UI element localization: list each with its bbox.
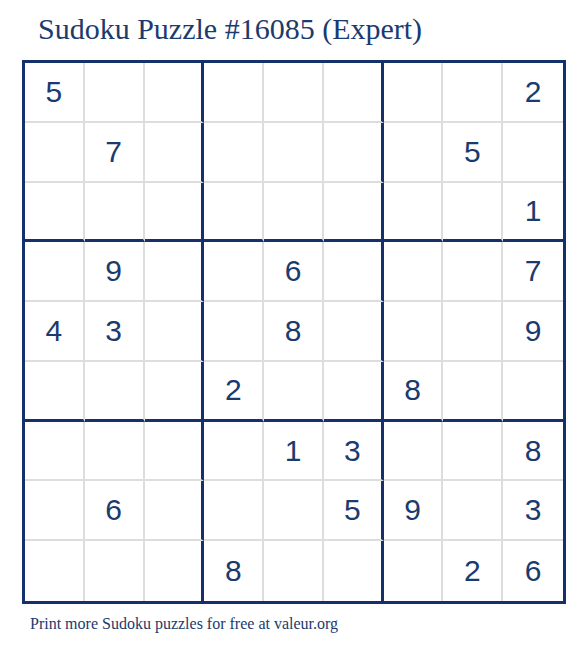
sudoku-cell-r3c8: [443, 183, 503, 243]
sudoku-cell-r6c8: [443, 362, 503, 422]
sudoku-cell-r1c7: [384, 63, 444, 123]
sudoku-cell-r2c5: [264, 123, 324, 183]
sudoku-cell-r8c4: [204, 481, 264, 541]
sudoku-cell-r2c8: 5: [443, 123, 503, 183]
sudoku-cell-r9c8: 2: [443, 541, 503, 601]
given-digit: 5: [46, 77, 63, 107]
sudoku-cell-r4c5: 6: [264, 242, 324, 302]
given-digit: 4: [46, 316, 63, 346]
sudoku-cell-r8c6: 5: [324, 481, 384, 541]
given-digit: 6: [105, 495, 122, 525]
sudoku-cell-r6c7: 8: [384, 362, 444, 422]
sudoku-cell-r9c5: [264, 541, 324, 601]
given-digit: 9: [525, 316, 542, 346]
sudoku-cell-r6c9: [503, 362, 563, 422]
sudoku-cell-r5c3: [145, 302, 205, 362]
sudoku-cell-r3c1: [25, 183, 85, 243]
sudoku-cell-r1c9: 2: [503, 63, 563, 123]
sudoku-cell-r1c2: [85, 63, 145, 123]
sudoku-cell-r9c9: 6: [503, 541, 563, 601]
sudoku-cell-r7c7: [384, 422, 444, 482]
sudoku-cell-r7c8: [443, 422, 503, 482]
sudoku-cell-r5c5: 8: [264, 302, 324, 362]
given-digit: 1: [525, 196, 542, 226]
sudoku-cell-r3c7: [384, 183, 444, 243]
page-title: Sudoku Puzzle #16085 (Expert): [38, 12, 422, 46]
sudoku-cell-r3c4: [204, 183, 264, 243]
given-digit: 7: [525, 256, 542, 286]
sudoku-cell-r1c6: [324, 63, 384, 123]
given-digit: 5: [344, 495, 361, 525]
given-digit: 8: [225, 556, 242, 586]
sudoku-cell-r1c3: [145, 63, 205, 123]
given-digit: 2: [464, 556, 481, 586]
sudoku-cell-r1c8: [443, 63, 503, 123]
sudoku-cell-r5c1: 4: [25, 302, 85, 362]
sudoku-cell-r5c6: [324, 302, 384, 362]
given-digit: 6: [525, 556, 542, 586]
sudoku-cell-r4c9: 7: [503, 242, 563, 302]
sudoku-cell-r6c6: [324, 362, 384, 422]
sudoku-cell-r5c2: 3: [85, 302, 145, 362]
sudoku-cell-r1c4: [204, 63, 264, 123]
sudoku-cell-r7c6: 3: [324, 422, 384, 482]
sudoku-cell-r9c7: [384, 541, 444, 601]
sudoku-cell-r7c3: [145, 422, 205, 482]
given-digit: 9: [404, 495, 421, 525]
sudoku-cell-r9c6: [324, 541, 384, 601]
sudoku-cell-r5c8: [443, 302, 503, 362]
sudoku-cell-r6c4: 2: [204, 362, 264, 422]
sudoku-cell-r5c7: [384, 302, 444, 362]
sudoku-cell-r6c5: [264, 362, 324, 422]
sudoku-cell-r2c1: [25, 123, 85, 183]
given-digit: 3: [344, 436, 361, 466]
sudoku-cell-r4c3: [145, 242, 205, 302]
sudoku-cell-r2c6: [324, 123, 384, 183]
given-digit: 7: [105, 137, 122, 167]
sudoku-cell-r4c7: [384, 242, 444, 302]
sudoku-cell-r7c5: 1: [264, 422, 324, 482]
sudoku-cell-r4c2: 9: [85, 242, 145, 302]
sudoku-cell-r4c4: [204, 242, 264, 302]
sudoku-cell-r6c1: [25, 362, 85, 422]
sudoku-cell-r8c7: 9: [384, 481, 444, 541]
given-digit: 3: [525, 495, 542, 525]
sudoku-cell-r7c2: [85, 422, 145, 482]
sudoku-cell-r1c1: 5: [25, 63, 85, 123]
given-digit: 3: [105, 316, 122, 346]
sudoku-cell-r2c9: [503, 123, 563, 183]
given-digit: 2: [225, 375, 242, 405]
sudoku-cell-r7c1: [25, 422, 85, 482]
sudoku-cell-r8c2: 6: [85, 481, 145, 541]
given-digit: 2: [525, 77, 542, 107]
given-digit: 8: [404, 375, 421, 405]
sudoku-cell-r8c1: [25, 481, 85, 541]
sudoku-cell-r7c4: [204, 422, 264, 482]
sudoku-cell-r6c3: [145, 362, 205, 422]
sudoku-cell-r2c4: [204, 123, 264, 183]
sudoku-cell-r8c3: [145, 481, 205, 541]
sudoku-cell-r4c8: [443, 242, 503, 302]
sudoku-cell-r3c3: [145, 183, 205, 243]
sudoku-cell-r1c5: [264, 63, 324, 123]
sudoku-cell-r6c2: [85, 362, 145, 422]
sudoku-cell-r7c9: 8: [503, 422, 563, 482]
sudoku-page: Sudoku Puzzle #16085 (Expert) 5275196743…: [0, 0, 580, 651]
sudoku-cell-r4c1: [25, 242, 85, 302]
sudoku-cell-r4c6: [324, 242, 384, 302]
sudoku-cell-r8c9: 3: [503, 481, 563, 541]
given-digit: 9: [105, 256, 122, 286]
sudoku-cell-r9c2: [85, 541, 145, 601]
sudoku-cell-r9c1: [25, 541, 85, 601]
given-digit: 6: [285, 256, 302, 286]
sudoku-board: 527519674389281386593826: [22, 60, 566, 604]
sudoku-cell-r2c7: [384, 123, 444, 183]
footer-text: Print more Sudoku puzzles for free at va…: [30, 615, 338, 633]
given-digit: 8: [525, 436, 542, 466]
sudoku-cell-r3c2: [85, 183, 145, 243]
given-digit: 1: [285, 436, 302, 466]
sudoku-cell-r8c8: [443, 481, 503, 541]
sudoku-cell-r2c2: 7: [85, 123, 145, 183]
sudoku-cell-r8c5: [264, 481, 324, 541]
sudoku-cell-r9c3: [145, 541, 205, 601]
sudoku-cell-r5c9: 9: [503, 302, 563, 362]
sudoku-cell-r3c6: [324, 183, 384, 243]
sudoku-cell-r2c3: [145, 123, 205, 183]
sudoku-cell-r9c4: 8: [204, 541, 264, 601]
given-digit: 5: [464, 137, 481, 167]
sudoku-cell-r3c5: [264, 183, 324, 243]
given-digit: 8: [285, 316, 302, 346]
sudoku-cell-r3c9: 1: [503, 183, 563, 243]
sudoku-cell-r5c4: [204, 302, 264, 362]
